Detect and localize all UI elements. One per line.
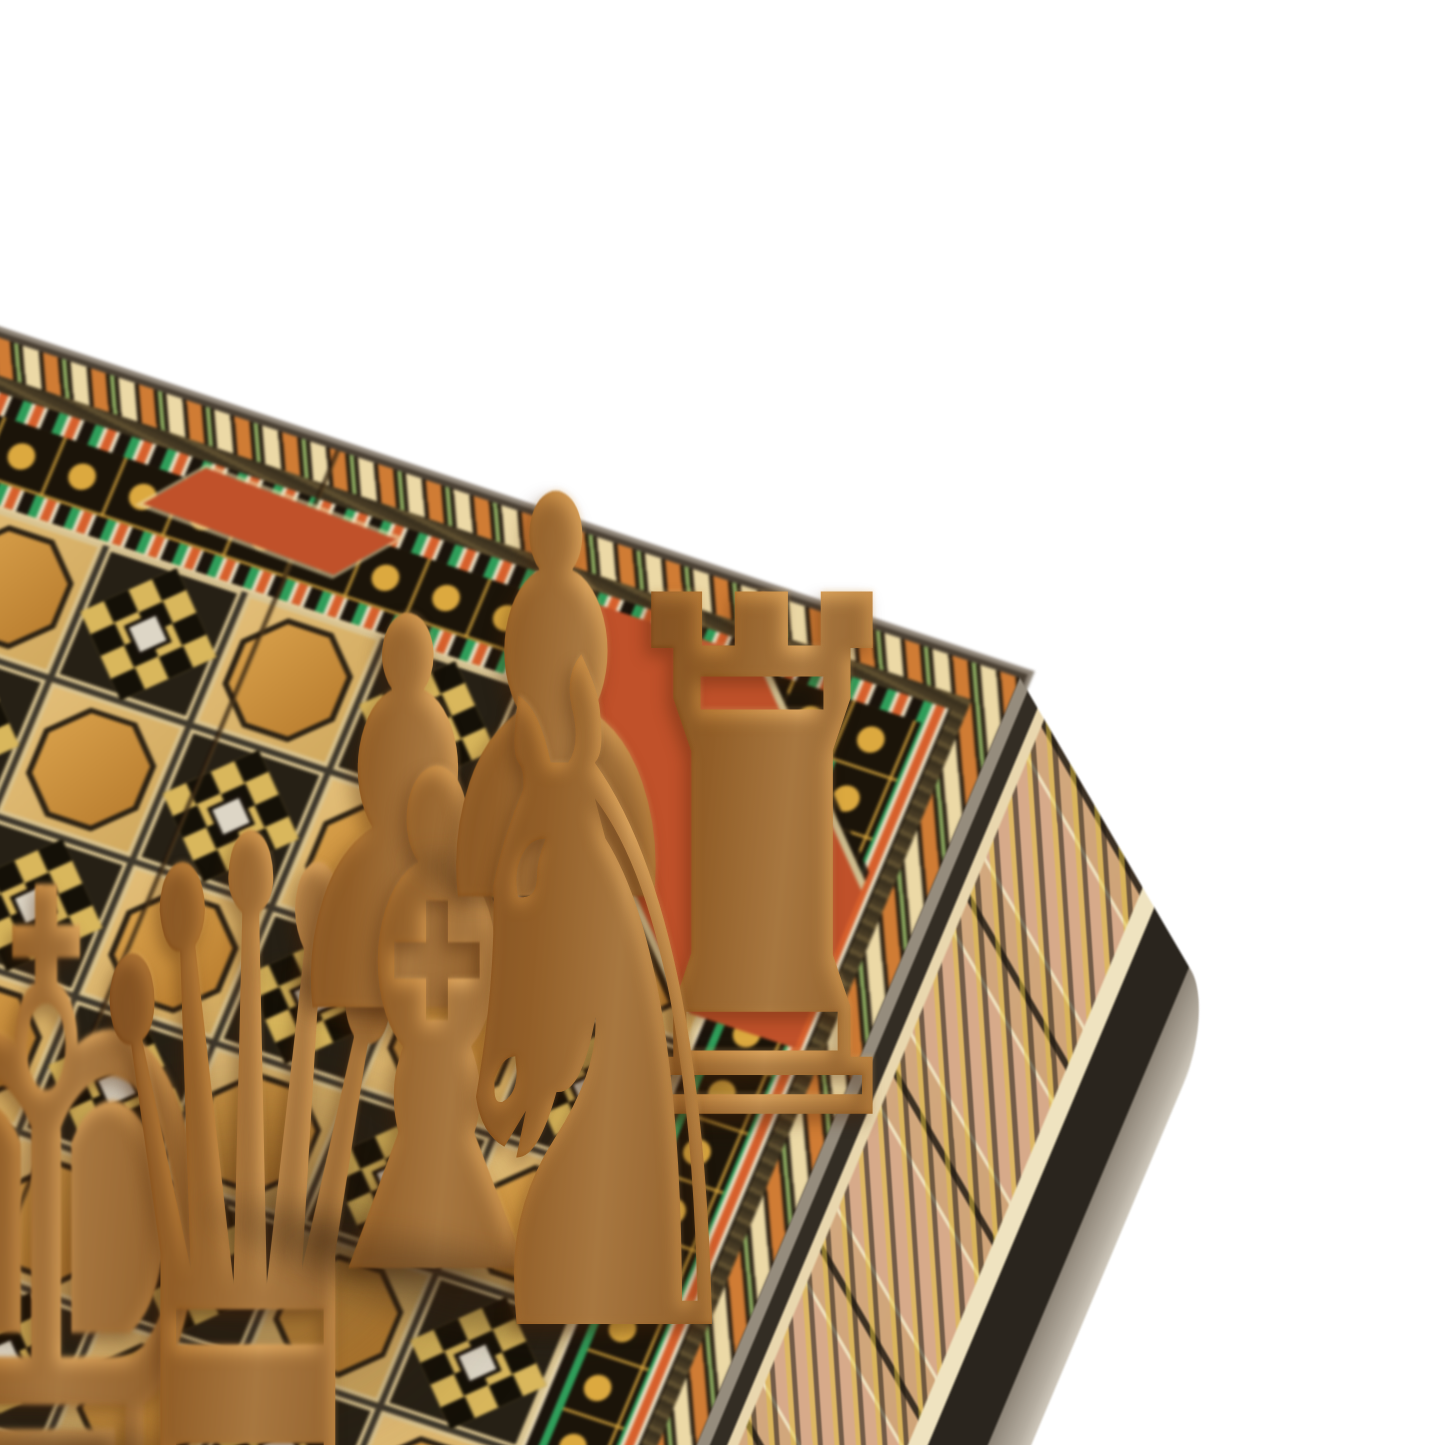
product-photo-stage: ♚♛♟♝♟♜♞	[0, 0, 1445, 1445]
piece-white-knight[interactable]: ♞	[409, 548, 779, 1445]
